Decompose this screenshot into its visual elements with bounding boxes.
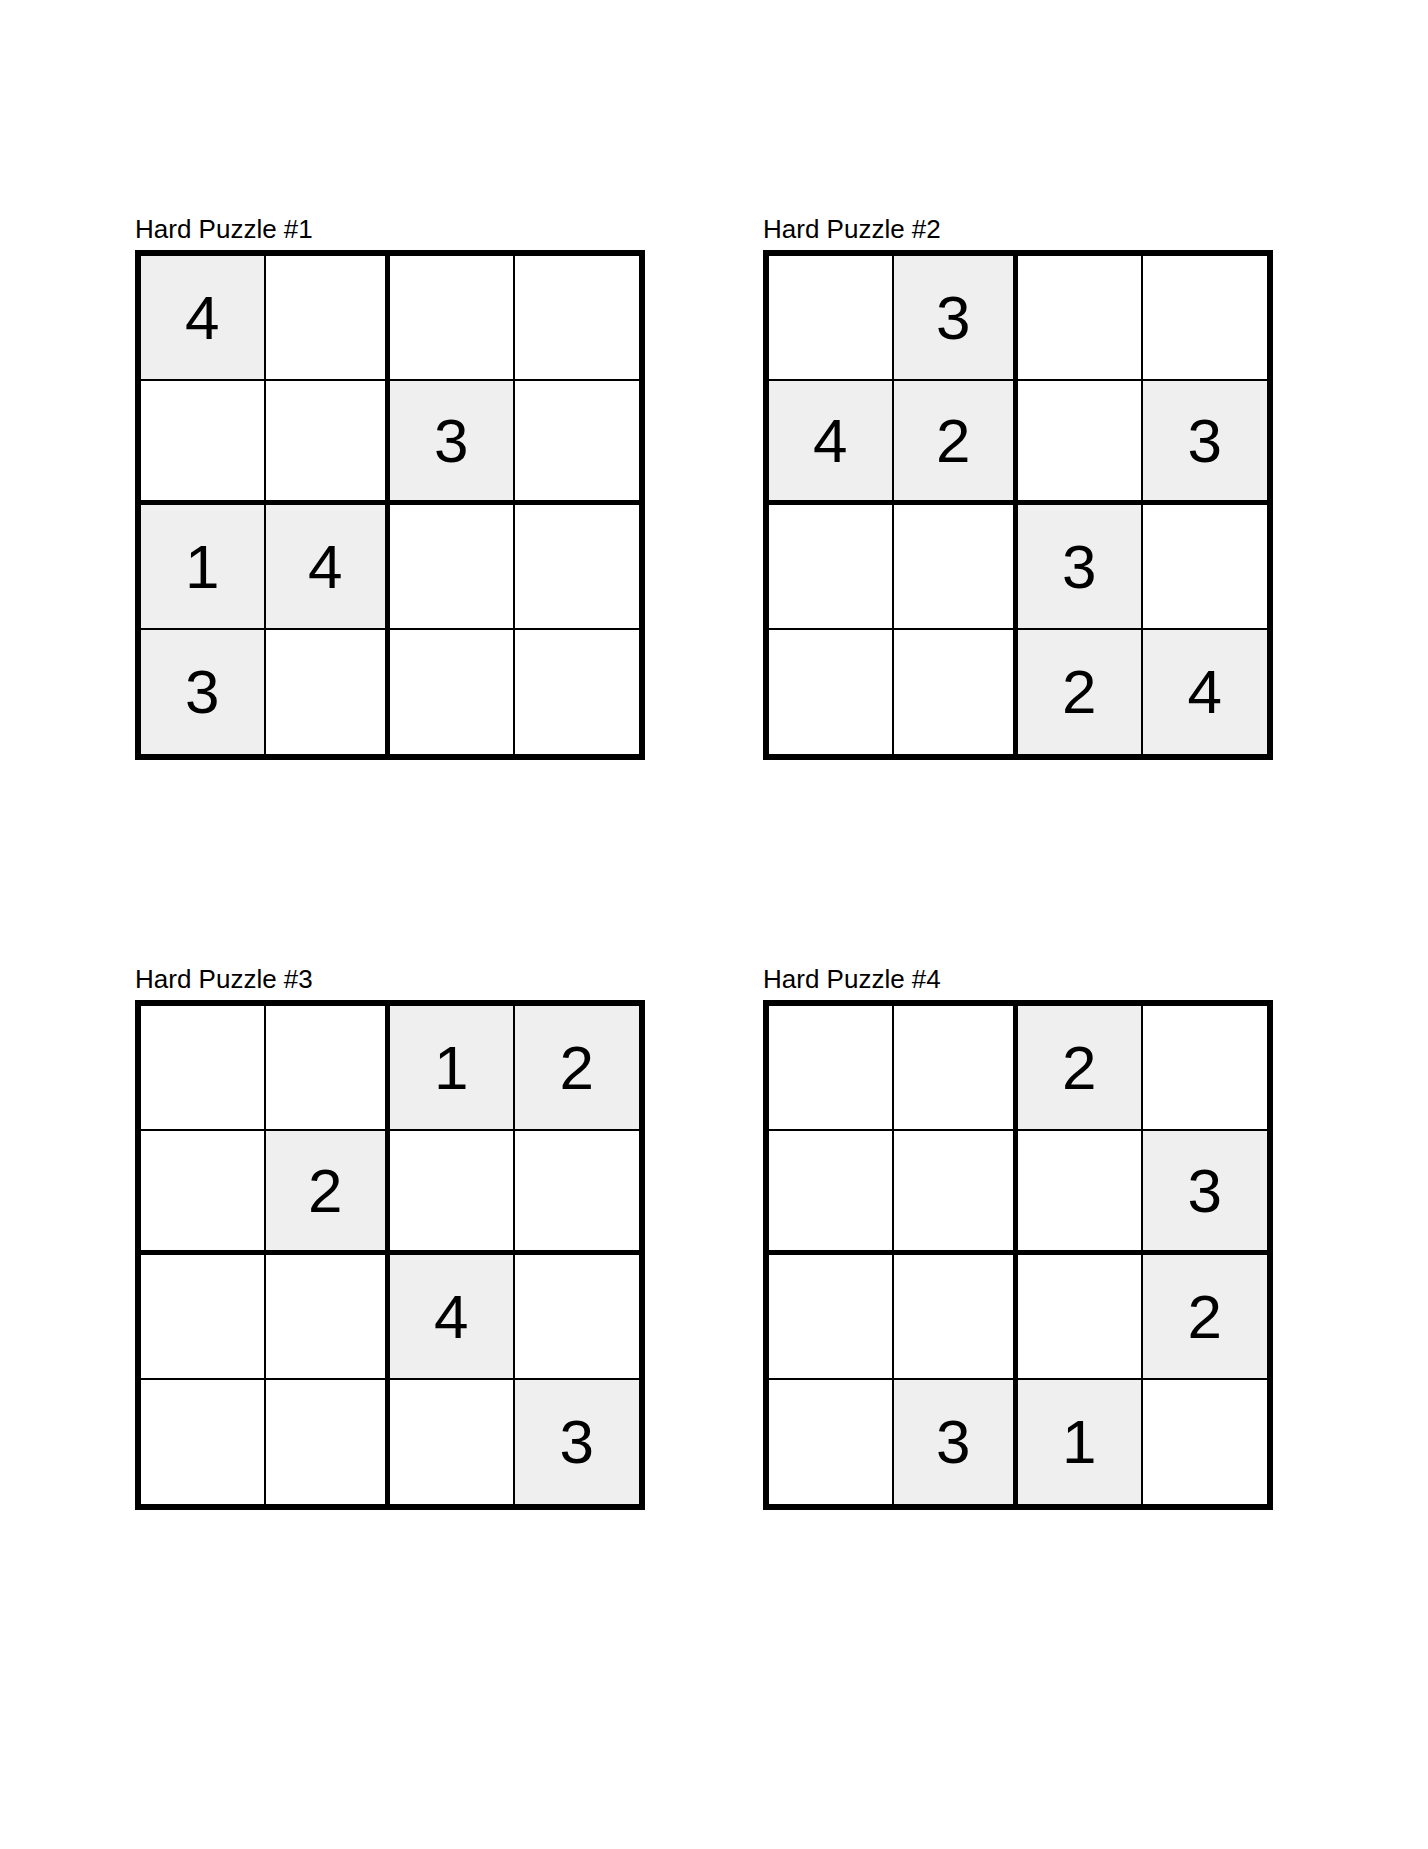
p1-cell-r2c3-given: 3: [390, 381, 515, 506]
p4-cell-r1c4-empty: [1143, 1006, 1268, 1131]
p1-cell-r2c1-empty: [141, 381, 266, 506]
p3-cell-r1c1-empty: [141, 1006, 266, 1131]
p4-cell-r4c2-given: 3: [894, 1380, 1019, 1505]
p1-cell-r2c4-empty: [515, 381, 640, 506]
p2-cell-r3c1-empty: [769, 505, 894, 630]
p2-cell-r2c1-given: 4: [769, 381, 894, 506]
p1-cell-r3c1-given: 1: [141, 505, 266, 630]
p1-cell-r1c1-given: 4: [141, 256, 266, 381]
p2-cell-r2c3-empty: [1018, 381, 1143, 506]
p1-cell-r4c2-empty: [266, 630, 391, 755]
puzzle-4: Hard Puzzle #4 23231: [763, 963, 1273, 1510]
p4-cell-r4c3-given: 1: [1018, 1380, 1143, 1505]
p1-cell-r1c3-empty: [390, 256, 515, 381]
p1-cell-r4c1-given: 3: [141, 630, 266, 755]
p1-cell-r4c3-empty: [390, 630, 515, 755]
p3-cell-r1c3-given: 1: [390, 1006, 515, 1131]
puzzle-1-title: Hard Puzzle #1: [135, 213, 645, 245]
p3-cell-r3c2-empty: [266, 1255, 391, 1380]
puzzle-4-title: Hard Puzzle #4: [763, 963, 1273, 995]
p4-cell-r3c2-empty: [894, 1255, 1019, 1380]
p3-cell-r4c4-given: 3: [515, 1380, 640, 1505]
p3-cell-r3c3-given: 4: [390, 1255, 515, 1380]
p2-cell-r1c2-given: 3: [894, 256, 1019, 381]
p4-cell-r2c4-given: 3: [1143, 1131, 1268, 1256]
p4-cell-r4c1-empty: [769, 1380, 894, 1505]
p2-cell-r4c2-empty: [894, 630, 1019, 755]
p4-cell-r4c4-empty: [1143, 1380, 1268, 1505]
puzzle-3-title: Hard Puzzle #3: [135, 963, 645, 995]
p1-cell-r3c2-given: 4: [266, 505, 391, 630]
p4-cell-r3c4-given: 2: [1143, 1255, 1268, 1380]
p4-cell-r1c1-empty: [769, 1006, 894, 1131]
p2-cell-r4c3-given: 2: [1018, 630, 1143, 755]
puzzle-3: Hard Puzzle #3 12243: [135, 963, 645, 1510]
p3-cell-r4c3-empty: [390, 1380, 515, 1505]
p3-cell-r2c3-empty: [390, 1131, 515, 1256]
p3-cell-r2c1-empty: [141, 1131, 266, 1256]
puzzle-4-grid: 23231: [763, 1000, 1273, 1510]
p3-cell-r3c4-empty: [515, 1255, 640, 1380]
p2-cell-r3c4-empty: [1143, 505, 1268, 630]
p3-cell-r2c4-empty: [515, 1131, 640, 1256]
p2-cell-r2c4-given: 3: [1143, 381, 1268, 506]
p2-cell-r2c2-given: 2: [894, 381, 1019, 506]
p4-cell-r1c3-given: 2: [1018, 1006, 1143, 1131]
p3-cell-r2c2-given: 2: [266, 1131, 391, 1256]
p1-cell-r2c2-empty: [266, 381, 391, 506]
p3-cell-r4c2-empty: [266, 1380, 391, 1505]
puzzle-1: Hard Puzzle #1 43143: [135, 213, 645, 760]
p2-cell-r3c3-given: 3: [1018, 505, 1143, 630]
p3-cell-r3c1-empty: [141, 1255, 266, 1380]
p1-cell-r3c3-empty: [390, 505, 515, 630]
puzzle-2: Hard Puzzle #2 3423324: [763, 213, 1273, 760]
puzzle-2-grid: 3423324: [763, 250, 1273, 760]
p3-cell-r1c4-given: 2: [515, 1006, 640, 1131]
p4-cell-r1c2-empty: [894, 1006, 1019, 1131]
p2-cell-r3c2-empty: [894, 505, 1019, 630]
puzzle-3-grid: 12243: [135, 1000, 645, 1510]
p2-cell-r4c4-given: 4: [1143, 630, 1268, 755]
p3-cell-r4c1-empty: [141, 1380, 266, 1505]
p2-cell-r1c4-empty: [1143, 256, 1268, 381]
p4-cell-r2c2-empty: [894, 1131, 1019, 1256]
p1-cell-r1c4-empty: [515, 256, 640, 381]
puzzle-1-grid: 43143: [135, 250, 645, 760]
p2-cell-r1c3-empty: [1018, 256, 1143, 381]
p4-cell-r3c3-empty: [1018, 1255, 1143, 1380]
p1-cell-r1c2-empty: [266, 256, 391, 381]
p4-cell-r3c1-empty: [769, 1255, 894, 1380]
p2-cell-r4c1-empty: [769, 630, 894, 755]
p4-cell-r2c3-empty: [1018, 1131, 1143, 1256]
p1-cell-r3c4-empty: [515, 505, 640, 630]
p1-cell-r4c4-empty: [515, 630, 640, 755]
p3-cell-r1c2-empty: [266, 1006, 391, 1131]
puzzle-2-title: Hard Puzzle #2: [763, 213, 1273, 245]
p2-cell-r1c1-empty: [769, 256, 894, 381]
p4-cell-r2c1-empty: [769, 1131, 894, 1256]
